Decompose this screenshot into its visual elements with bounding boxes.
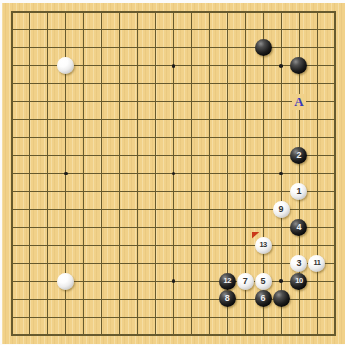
star-point-dot <box>172 64 176 68</box>
move-13-stone-P6: 13 <box>254 236 272 254</box>
move-7-stone-O4-glyph: 7 <box>237 273 254 290</box>
last-move-triangle-marker <box>252 232 260 239</box>
star-point-dot <box>279 172 283 176</box>
star-point-K10 <box>164 164 182 182</box>
setup-stone-black-P17 <box>254 39 272 57</box>
move-12-stone-N4: 12 <box>218 272 236 290</box>
star-point-D10 <box>57 164 75 182</box>
move-8-stone-N3-glyph: 8 <box>219 290 236 307</box>
setup-stone-white-D16 <box>57 57 75 75</box>
move-7-stone-O4: 7 <box>236 272 254 290</box>
move-6-stone-P3: 6 <box>254 290 272 308</box>
star-point-dot <box>64 172 68 176</box>
variation-label-text[interactable]: A <box>292 94 305 110</box>
setup-stone-black-R16 <box>290 57 308 75</box>
setup-stone-black-P17-glyph <box>255 39 272 56</box>
move-4-stone-R7: 4 <box>290 218 308 236</box>
move-13-stone-P6-glyph: 13 <box>255 237 272 254</box>
board-points-layer: 12345678910111213A <box>3 3 344 344</box>
star-point-dot <box>172 172 176 176</box>
move-1-stone-R9: 1 <box>290 182 308 200</box>
setup-stone-black-Q3-glyph <box>273 290 290 307</box>
move-9-stone-Q8: 9 <box>272 200 290 218</box>
move-5-stone-P4: 5 <box>254 272 272 290</box>
variation-label-A-R14[interactable]: A <box>290 93 308 111</box>
move-12-stone-N4-glyph: 12 <box>219 273 236 290</box>
star-point-K4 <box>164 272 182 290</box>
move-11-stone-S5: 11 <box>308 254 326 272</box>
star-point-Q16 <box>272 57 290 75</box>
go-app-screen: 12345678910111213A <box>0 0 345 345</box>
move-4-stone-R7-glyph: 4 <box>290 219 307 236</box>
move-6-stone-P3-glyph: 6 <box>255 290 272 307</box>
move-2-stone-R11-glyph: 2 <box>290 147 307 164</box>
move-9-stone-Q8-glyph: 9 <box>273 201 290 218</box>
move-8-stone-N3: 8 <box>218 290 236 308</box>
move-10-stone-R4: 10 <box>290 272 308 290</box>
move-5-stone-P4-glyph: 5 <box>255 273 272 290</box>
setup-stone-white-D16-glyph <box>57 57 74 74</box>
star-point-K16 <box>164 57 182 75</box>
setup-stone-white-D4-glyph <box>57 273 74 290</box>
setup-stone-black-R16-glyph <box>290 57 307 74</box>
star-point-Q4 <box>272 272 290 290</box>
move-3-stone-R5: 3 <box>290 254 308 272</box>
star-point-dot <box>172 279 176 283</box>
setup-stone-black-Q3 <box>272 290 290 308</box>
star-point-Q10 <box>272 164 290 182</box>
move-3-stone-R5-glyph: 3 <box>290 255 307 272</box>
move-10-stone-R4-glyph: 10 <box>290 273 307 290</box>
move-1-stone-R9-glyph: 1 <box>290 183 307 200</box>
star-point-dot <box>279 279 283 283</box>
move-11-stone-S5-glyph: 11 <box>308 255 325 272</box>
setup-stone-white-D4 <box>57 272 75 290</box>
star-point-dot <box>279 64 283 68</box>
move-2-stone-R11: 2 <box>290 147 308 165</box>
